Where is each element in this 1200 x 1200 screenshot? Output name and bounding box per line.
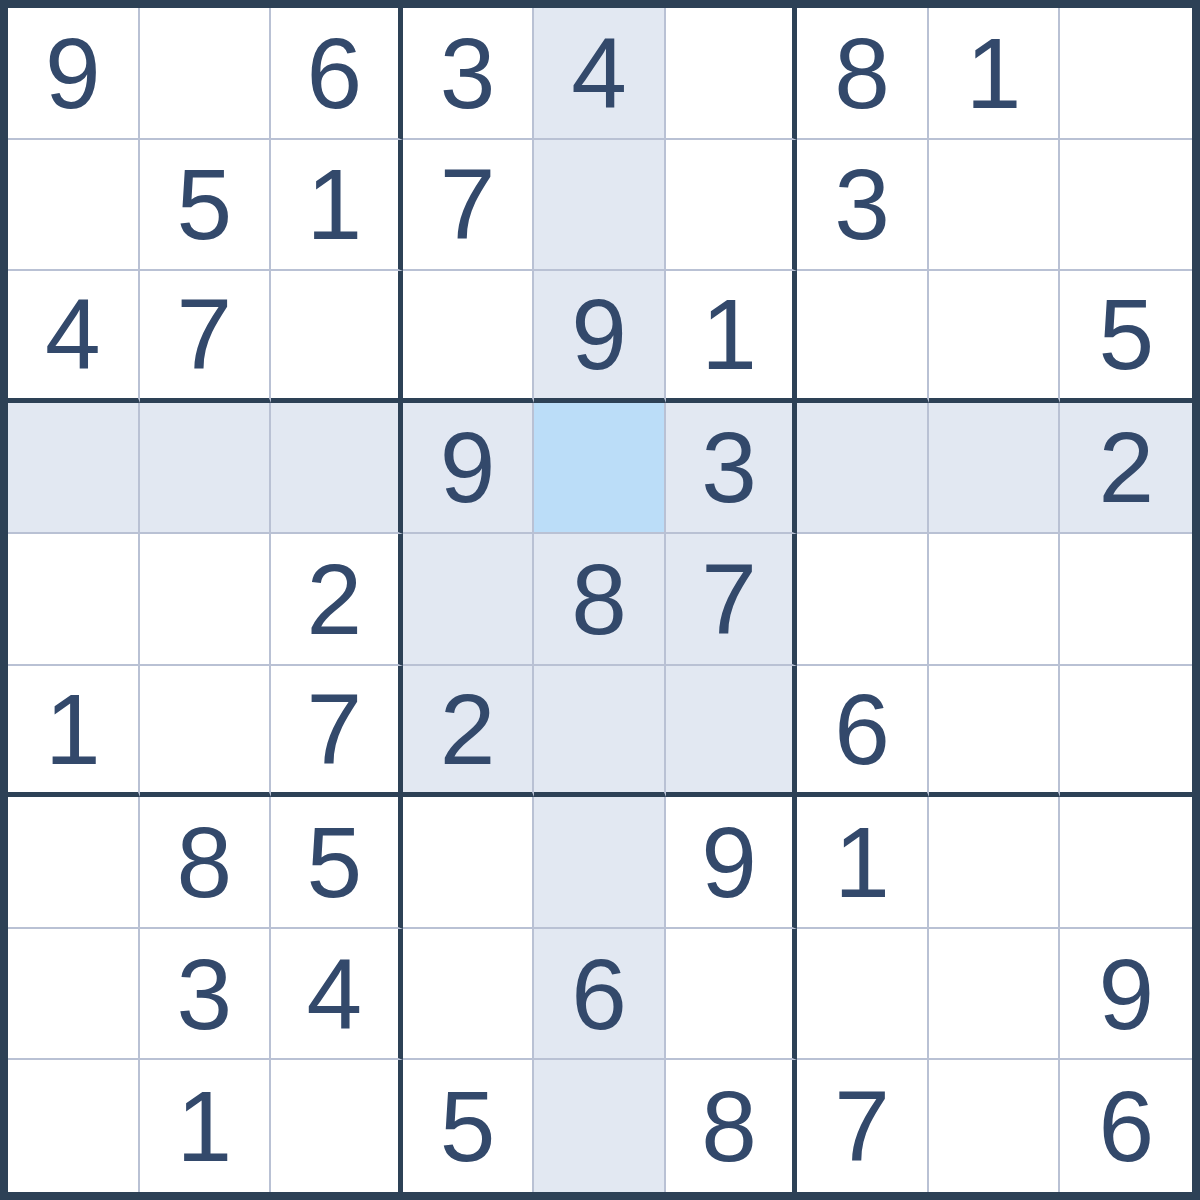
cell-r7c7[interactable]: 1: [797, 797, 929, 929]
cell-r7c5[interactable]: [534, 797, 666, 929]
cell-r8c2[interactable]: 3: [140, 929, 272, 1061]
cell-r4c9[interactable]: 2: [1060, 403, 1192, 535]
cell-r3c7[interactable]: [797, 271, 929, 403]
cell-r5c8[interactable]: [929, 534, 1061, 666]
cell-r4c4[interactable]: 9: [403, 403, 535, 535]
cell-r9c6[interactable]: 8: [666, 1060, 798, 1192]
cell-r8c6[interactable]: [666, 929, 798, 1061]
cell-r6c1[interactable]: 1: [8, 666, 140, 798]
cell-r8c8[interactable]: [929, 929, 1061, 1061]
cell-r2c8[interactable]: [929, 140, 1061, 272]
cell-r9c3[interactable]: [271, 1060, 403, 1192]
cell-r5c7[interactable]: [797, 534, 929, 666]
sudoku-board: 96348151734791593228717268591346915876: [0, 0, 1200, 1200]
cell-r9c5[interactable]: [534, 1060, 666, 1192]
cell-r5c6[interactable]: 7: [666, 534, 798, 666]
cell-r1c5[interactable]: 4: [534, 8, 666, 140]
cell-r4c6[interactable]: 3: [666, 403, 798, 535]
cell-r4c7[interactable]: [797, 403, 929, 535]
cell-r4c5[interactable]: [534, 403, 666, 535]
cell-r8c9[interactable]: 9: [1060, 929, 1192, 1061]
cell-r1c4[interactable]: 3: [403, 8, 535, 140]
cell-r3c5[interactable]: 9: [534, 271, 666, 403]
cell-r2c9[interactable]: [1060, 140, 1192, 272]
cell-r5c5[interactable]: 8: [534, 534, 666, 666]
cell-r5c2[interactable]: [140, 534, 272, 666]
cell-r2c2[interactable]: 5: [140, 140, 272, 272]
cell-r3c1[interactable]: 4: [8, 271, 140, 403]
cell-r8c1[interactable]: [8, 929, 140, 1061]
cell-r4c1[interactable]: [8, 403, 140, 535]
cell-r5c1[interactable]: [8, 534, 140, 666]
cell-r9c4[interactable]: 5: [403, 1060, 535, 1192]
cell-r9c7[interactable]: 7: [797, 1060, 929, 1192]
cell-r9c1[interactable]: [8, 1060, 140, 1192]
cell-r1c2[interactable]: [140, 8, 272, 140]
cell-r7c2[interactable]: 8: [140, 797, 272, 929]
cell-r6c2[interactable]: [140, 666, 272, 798]
cell-r4c2[interactable]: [140, 403, 272, 535]
cell-r4c3[interactable]: [271, 403, 403, 535]
cell-r8c5[interactable]: 6: [534, 929, 666, 1061]
cell-r1c1[interactable]: 9: [8, 8, 140, 140]
cell-r6c9[interactable]: [1060, 666, 1192, 798]
cell-r6c7[interactable]: 6: [797, 666, 929, 798]
cell-r4c8[interactable]: [929, 403, 1061, 535]
cell-r3c8[interactable]: [929, 271, 1061, 403]
cell-r1c6[interactable]: [666, 8, 798, 140]
cell-r2c1[interactable]: [8, 140, 140, 272]
cell-r1c3[interactable]: 6: [271, 8, 403, 140]
cell-r3c2[interactable]: 7: [140, 271, 272, 403]
cell-r8c3[interactable]: 4: [271, 929, 403, 1061]
cell-r8c4[interactable]: [403, 929, 535, 1061]
cell-r2c4[interactable]: 7: [403, 140, 535, 272]
cell-r9c8[interactable]: [929, 1060, 1061, 1192]
cell-r5c4[interactable]: [403, 534, 535, 666]
cell-r7c9[interactable]: [1060, 797, 1192, 929]
cell-r3c9[interactable]: 5: [1060, 271, 1192, 403]
cell-r1c7[interactable]: 8: [797, 8, 929, 140]
cell-r9c2[interactable]: 1: [140, 1060, 272, 1192]
cell-r2c7[interactable]: 3: [797, 140, 929, 272]
cell-r7c8[interactable]: [929, 797, 1061, 929]
cell-r8c7[interactable]: [797, 929, 929, 1061]
cell-r2c3[interactable]: 1: [271, 140, 403, 272]
cell-r6c6[interactable]: [666, 666, 798, 798]
cell-r6c3[interactable]: 7: [271, 666, 403, 798]
cell-r2c5[interactable]: [534, 140, 666, 272]
cell-r9c9[interactable]: 6: [1060, 1060, 1192, 1192]
cell-r5c3[interactable]: 2: [271, 534, 403, 666]
cell-r1c8[interactable]: 1: [929, 8, 1061, 140]
cell-r3c3[interactable]: [271, 271, 403, 403]
cell-r6c4[interactable]: 2: [403, 666, 535, 798]
cell-r1c9[interactable]: [1060, 8, 1192, 140]
cell-r5c9[interactable]: [1060, 534, 1192, 666]
cell-r7c3[interactable]: 5: [271, 797, 403, 929]
cell-r3c6[interactable]: 1: [666, 271, 798, 403]
cell-r7c1[interactable]: [8, 797, 140, 929]
cell-r2c6[interactable]: [666, 140, 798, 272]
cell-r7c6[interactable]: 9: [666, 797, 798, 929]
cell-r6c8[interactable]: [929, 666, 1061, 798]
cell-r6c5[interactable]: [534, 666, 666, 798]
cell-r3c4[interactable]: [403, 271, 535, 403]
cell-r7c4[interactable]: [403, 797, 535, 929]
